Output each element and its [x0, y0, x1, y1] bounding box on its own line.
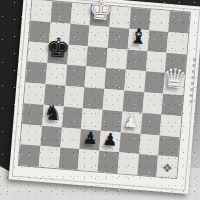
square-c3[interactable] — [62, 106, 83, 128]
piece-black-bishop-f7[interactable]: ♝ — [128, 25, 148, 47]
square-f1[interactable] — [117, 153, 138, 175]
square-a8[interactable] — [31, 0, 52, 22]
square-c2[interactable] — [60, 127, 81, 149]
piece-black-king-b6[interactable]: ♚ — [45, 33, 71, 62]
playing-area: ♚♝♚♛♞♟♟♟❖ — [18, 0, 191, 179]
board-edge-marking — [189, 58, 196, 106]
square-b3[interactable]: ♞ — [42, 105, 63, 127]
piece-black-pawn-e2[interactable]: ♟ — [102, 131, 119, 149]
square-f6[interactable] — [126, 49, 147, 71]
square-e7[interactable] — [108, 27, 129, 49]
photo-scene: ♚♝♚♛♞♟♟♟❖ — [0, 0, 200, 200]
square-h8[interactable] — [168, 11, 189, 33]
square-g3[interactable] — [140, 113, 161, 135]
square-g7[interactable] — [147, 30, 168, 52]
square-a5[interactable] — [26, 62, 47, 84]
square-b6[interactable]: ♚ — [47, 43, 68, 65]
square-a1[interactable] — [19, 144, 40, 166]
square-d8[interactable]: ♚ — [90, 5, 111, 27]
square-h7[interactable] — [167, 32, 188, 54]
square-d5[interactable] — [85, 67, 106, 89]
square-b1[interactable] — [38, 146, 59, 168]
square-h4[interactable] — [162, 94, 183, 116]
square-d4[interactable] — [83, 87, 104, 109]
square-g1[interactable] — [137, 154, 158, 176]
square-c4[interactable] — [63, 86, 84, 108]
piece-white-king-d8[interactable]: ♚ — [88, 0, 114, 24]
square-c5[interactable] — [65, 65, 86, 87]
square-f2[interactable] — [119, 132, 140, 154]
square-h2[interactable] — [158, 135, 179, 157]
square-a4[interactable] — [24, 82, 45, 104]
square-a2[interactable] — [20, 124, 41, 146]
square-c7[interactable] — [68, 24, 89, 46]
square-f5[interactable] — [124, 70, 145, 92]
square-a3[interactable] — [22, 103, 43, 125]
square-e1[interactable] — [98, 151, 119, 173]
piece-black-knight-b3[interactable]: ♞ — [43, 101, 63, 123]
square-b2[interactable] — [40, 125, 61, 147]
square-f7[interactable]: ♝ — [127, 28, 148, 50]
square-g2[interactable] — [139, 133, 160, 155]
square-d6[interactable] — [86, 46, 107, 68]
piece-white-queen-h5[interactable]: ♛ — [161, 64, 187, 93]
square-g8[interactable] — [149, 9, 170, 31]
square-f3[interactable]: ♟ — [121, 111, 142, 133]
square-e2[interactable]: ♟ — [99, 130, 120, 152]
square-d2[interactable]: ♟ — [80, 129, 101, 151]
piece-black-pawn-d2[interactable]: ♟ — [82, 130, 99, 148]
square-b8[interactable] — [50, 1, 71, 23]
square-e6[interactable] — [106, 47, 127, 69]
piece-white-pawn-f3[interactable]: ♟ — [123, 112, 140, 130]
square-h1[interactable]: ❖ — [157, 156, 178, 178]
square-h3[interactable] — [160, 114, 181, 136]
square-e4[interactable] — [103, 89, 124, 111]
square-e5[interactable] — [104, 68, 125, 90]
square-g4[interactable] — [142, 92, 163, 114]
square-c1[interactable] — [58, 148, 79, 170]
square-h5[interactable]: ♛ — [163, 73, 184, 95]
square-d7[interactable] — [88, 25, 109, 47]
square-d1[interactable] — [78, 149, 99, 171]
square-b5[interactable] — [45, 63, 66, 85]
board-logo-ornament: ❖ — [161, 161, 173, 176]
chess-board: ♚♝♚♛♞♟♟♟❖ — [9, 0, 200, 194]
